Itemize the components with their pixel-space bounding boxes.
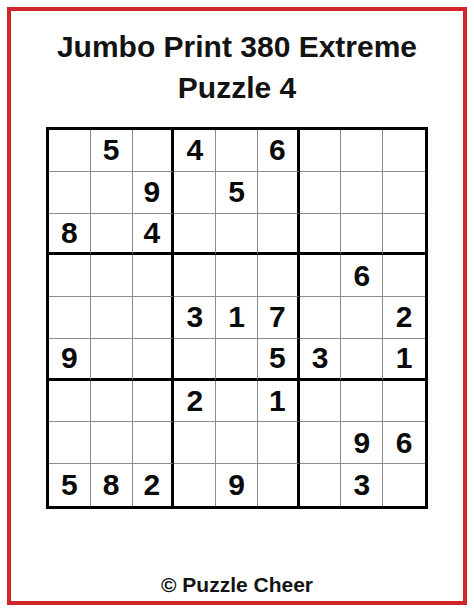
cell-r4c7 xyxy=(300,255,342,297)
cell-r8c3 xyxy=(133,422,175,464)
cell-r3c5 xyxy=(216,214,258,256)
cell-r5c9: 2 xyxy=(383,297,425,339)
cell-r2c8 xyxy=(341,172,383,214)
cell-r2c4 xyxy=(174,172,216,214)
cell-r8c2 xyxy=(91,422,133,464)
cell-r1c1 xyxy=(49,130,91,172)
cell-r9c7 xyxy=(300,464,342,506)
cell-r7c5 xyxy=(216,381,258,423)
cell-r4c9 xyxy=(383,255,425,297)
cell-r1c9 xyxy=(383,130,425,172)
page: { "game": "sudoku", "position": ".5.4.6.… xyxy=(0,0,474,613)
cell-r9c4 xyxy=(174,464,216,506)
cell-r3c6 xyxy=(258,214,300,256)
cell-r6c1: 9 xyxy=(49,339,91,381)
cell-r5c7 xyxy=(300,297,342,339)
cell-r6c7: 3 xyxy=(300,339,342,381)
cell-r1c8 xyxy=(341,130,383,172)
sudoku-board: 5469584631729531219658293 xyxy=(46,127,428,509)
cell-r7c1 xyxy=(49,381,91,423)
cell-r1c6: 6 xyxy=(258,130,300,172)
cell-r9c9 xyxy=(383,464,425,506)
cell-r1c3 xyxy=(133,130,175,172)
cell-r8c8: 9 xyxy=(341,422,383,464)
cell-r7c7 xyxy=(300,381,342,423)
cell-r9c1: 5 xyxy=(49,464,91,506)
cell-r1c5 xyxy=(216,130,258,172)
cell-r3c1: 8 xyxy=(49,214,91,256)
cell-r2c5: 5 xyxy=(216,172,258,214)
cell-r7c6: 1 xyxy=(258,381,300,423)
cell-r3c7 xyxy=(300,214,342,256)
cell-r3c9 xyxy=(383,214,425,256)
cell-r4c1 xyxy=(49,255,91,297)
cell-r4c4 xyxy=(174,255,216,297)
cell-r9c3: 2 xyxy=(133,464,175,506)
cell-r7c4: 2 xyxy=(174,381,216,423)
cell-r9c2: 8 xyxy=(91,464,133,506)
cell-r8c6 xyxy=(258,422,300,464)
cell-r5c6: 7 xyxy=(258,297,300,339)
cell-r3c3: 4 xyxy=(133,214,175,256)
cell-r3c2 xyxy=(91,214,133,256)
puzzle-title: Jumbo Print 380 Extreme Puzzle 4 xyxy=(0,26,474,108)
copyright: © Puzzle Cheer xyxy=(0,573,474,597)
cell-r8c7 xyxy=(300,422,342,464)
cell-r8c1 xyxy=(49,422,91,464)
puzzle-title-line1: Jumbo Print 380 Extreme xyxy=(0,26,474,67)
cell-r8c9: 6 xyxy=(383,422,425,464)
cell-r6c8 xyxy=(341,339,383,381)
cell-r5c3 xyxy=(133,297,175,339)
cell-r1c4: 4 xyxy=(174,130,216,172)
cell-r6c3 xyxy=(133,339,175,381)
cell-r7c2 xyxy=(91,381,133,423)
cell-r4c6 xyxy=(258,255,300,297)
cell-r2c1 xyxy=(49,172,91,214)
cell-r8c5 xyxy=(216,422,258,464)
cell-r3c4 xyxy=(174,214,216,256)
cell-r7c8 xyxy=(341,381,383,423)
cell-r2c2 xyxy=(91,172,133,214)
cell-r6c2 xyxy=(91,339,133,381)
cell-r2c7 xyxy=(300,172,342,214)
cell-r2c9 xyxy=(383,172,425,214)
cell-r3c8 xyxy=(341,214,383,256)
cell-r5c5: 1 xyxy=(216,297,258,339)
cell-r2c6 xyxy=(258,172,300,214)
cell-r8c4 xyxy=(174,422,216,464)
cell-r4c2 xyxy=(91,255,133,297)
cell-r2c3: 9 xyxy=(133,172,175,214)
cell-r7c3 xyxy=(133,381,175,423)
cell-r9c5: 9 xyxy=(216,464,258,506)
cell-r5c4: 3 xyxy=(174,297,216,339)
cell-r1c7 xyxy=(300,130,342,172)
cell-r9c6 xyxy=(258,464,300,506)
cell-r5c2 xyxy=(91,297,133,339)
cell-r5c8 xyxy=(341,297,383,339)
cell-r6c4 xyxy=(174,339,216,381)
puzzle-title-line2: Puzzle 4 xyxy=(0,67,474,108)
cell-r6c5 xyxy=(216,339,258,381)
cell-r9c8: 3 xyxy=(341,464,383,506)
cell-r4c8: 6 xyxy=(341,255,383,297)
cell-r1c2: 5 xyxy=(91,130,133,172)
cell-r6c9: 1 xyxy=(383,339,425,381)
cell-r4c5 xyxy=(216,255,258,297)
cell-r4c3 xyxy=(133,255,175,297)
cell-r6c6: 5 xyxy=(258,339,300,381)
cell-r5c1 xyxy=(49,297,91,339)
cell-r7c9 xyxy=(383,381,425,423)
